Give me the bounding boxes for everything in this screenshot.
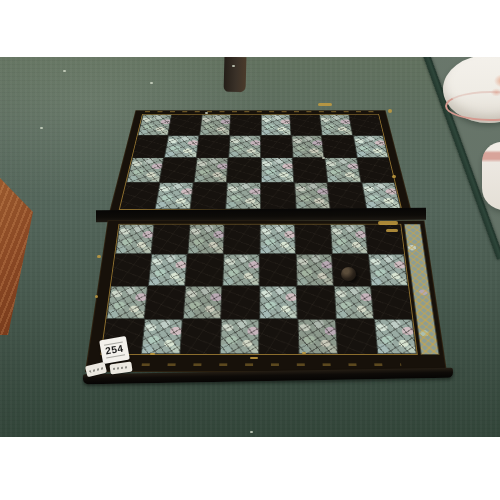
board-square-c7-dark [196,135,229,157]
board-square-c1-dark [180,319,221,354]
board-square-b3-light [148,254,187,285]
chessboard-upper-half [109,110,412,213]
board-square-b2-dark [145,286,186,319]
baize-fleck [40,127,43,129]
board-square-h6-dark [357,158,395,183]
board-square-e2-light [259,286,297,319]
board-square-f3-light [296,254,334,285]
sticker-print [113,366,130,370]
board-grid-upper [119,114,402,210]
board-square-d1-light [220,319,260,354]
board-square-f2-dark [297,286,336,319]
board-square-e8-light [261,115,292,136]
board-square-d2-dark [221,286,259,319]
board-square-a3-dark [111,254,151,285]
gilt-scuff [386,229,398,232]
board-square-g5-dark [328,182,366,209]
board-square-e3-dark [259,254,296,285]
board-square-h7-light [353,135,389,157]
baize-fleck [232,65,235,67]
board-square-c5-dark [190,182,227,209]
board-square-g2-light [334,286,374,319]
chessboard-lower-half [85,220,447,372]
gilt-scuff [97,255,101,258]
board-square-h3-light [368,254,408,285]
board-square-e6-light [261,158,295,183]
board-square-d8-dark [230,115,261,136]
board-square-a7-dark [132,135,168,157]
board-square-c4-light [187,224,224,254]
baize-fleck [250,431,253,433]
board-knob [341,267,356,281]
gilt-scuff [302,352,306,354]
gilt-scuff [95,295,98,298]
board-square-f5-light [294,182,331,209]
screenshot: 254 [0,0,500,500]
board-square-g1-dark [336,319,378,354]
board-square-c6-light [193,158,228,183]
board-square-a6-light [126,158,164,183]
board-square-b7-light [164,135,199,157]
baize-fleck [322,157,325,159]
baize-fleck [63,70,66,72]
board-grid-lower [100,224,417,355]
board-square-e7-dark [261,135,293,157]
dark-post [224,57,247,92]
board-square-e5-dark [261,182,296,209]
board-square-a2-light [106,286,148,319]
board-square-f6-dark [293,158,328,183]
board-square-f4-dark [295,224,332,254]
board-square-d7-light [228,135,260,157]
gilt-scuff [318,103,332,106]
ceramic-dish-partial [482,142,500,210]
board-square-d3-light [222,254,259,285]
gilt-scuff [150,353,155,355]
board-square-a5-dark [120,182,160,209]
board-square-h5-light [361,182,401,209]
board-square-h4-dark [365,224,404,254]
gilt-scuff [392,175,396,178]
board-square-f7-light [291,135,324,157]
board-square-b5-light [155,182,193,209]
board-square-a8-light [138,115,172,136]
auction-photo: 254 [0,57,500,437]
board-square-c2-light [183,286,223,319]
gilt-border-dashes [116,363,402,366]
board-square-g8-light [319,115,352,136]
board-square-f1-light [298,319,338,354]
board-square-a4-light [115,224,154,254]
board-square-e1-dark [259,319,298,354]
board-square-c3-dark [185,254,223,285]
lot-sticker: 254 [99,336,130,364]
board-square-b6-dark [160,158,196,183]
board-square-h1-light [374,319,417,354]
board-square-h2-dark [371,286,412,319]
board-square-b8-dark [168,115,201,136]
board-square-b4-dark [151,224,189,254]
board-square-e4-light [260,224,296,254]
board-square-c8-light [199,115,231,136]
gilt-scuff [250,357,258,359]
board-square-d4-dark [224,224,260,254]
board-square-f8-dark [290,115,322,136]
baize-fleck [150,82,153,84]
sticker-print [88,367,103,373]
baize-fleck [205,112,208,114]
board-square-h8-dark [349,115,383,136]
board-square-g7-dark [322,135,357,157]
board-square-g4-light [330,224,368,254]
gilt-border-line [145,111,376,112]
gilt-scuff [388,109,392,113]
board-square-b1-light [141,319,183,354]
board-square-d5-light [225,182,260,209]
board-square-g6-light [325,158,361,183]
gilt-scuff [378,221,398,225]
board-square-d6-dark [227,158,261,183]
